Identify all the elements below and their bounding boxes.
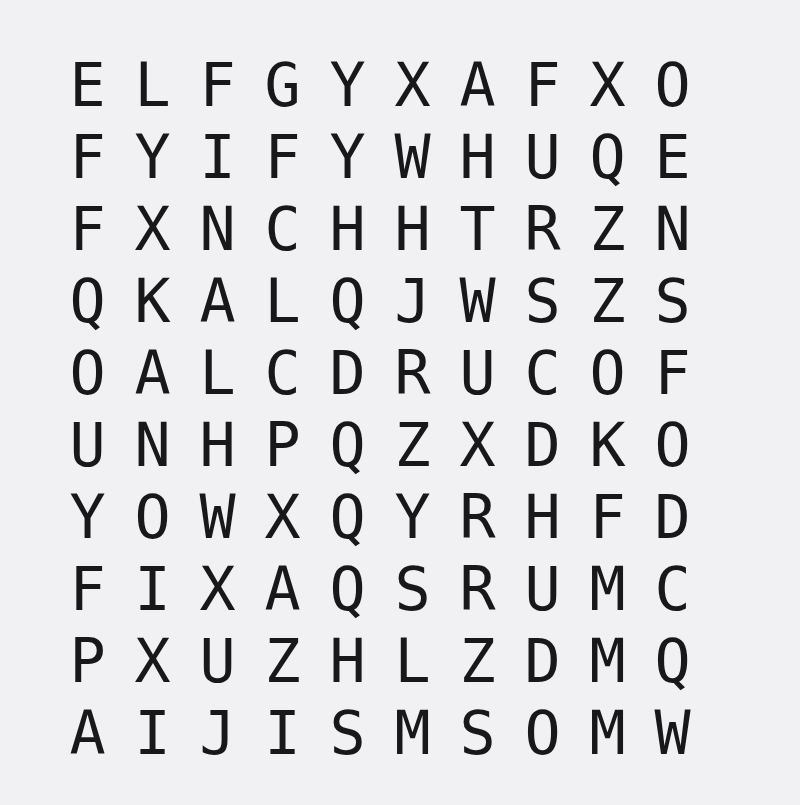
grid-cell-r2c6[interactable]: W — [380, 121, 445, 193]
grid-cell-r5c7[interactable]: U — [445, 337, 510, 409]
grid-cell-r6c3[interactable]: H — [185, 409, 250, 481]
grid-cell-r8c1[interactable]: F — [55, 553, 120, 625]
grid-cell-r6c4[interactable]: P — [250, 409, 315, 481]
grid-cell-r8c2[interactable]: I — [120, 553, 185, 625]
grid-cell-r10c10[interactable]: W — [640, 697, 705, 769]
grid-cell-r7c6[interactable]: Y — [380, 481, 445, 553]
grid-cell-r8c7[interactable]: R — [445, 553, 510, 625]
grid-cell-r2c1[interactable]: F — [55, 121, 120, 193]
grid-cell-r1c2[interactable]: L — [120, 49, 185, 121]
grid-cell-r8c9[interactable]: M — [575, 553, 640, 625]
grid-cell-r3c9[interactable]: Z — [575, 193, 640, 265]
grid-cell-r1c9[interactable]: X — [575, 49, 640, 121]
grid-cell-r6c2[interactable]: N — [120, 409, 185, 481]
grid-cell-r2c5[interactable]: Y — [315, 121, 380, 193]
grid-cell-r5c5[interactable]: D — [315, 337, 380, 409]
grid-cell-r9c5[interactable]: H — [315, 625, 380, 697]
grid-cell-r8c3[interactable]: X — [185, 553, 250, 625]
grid-cell-r4c4[interactable]: L — [250, 265, 315, 337]
grid-cell-r4c10[interactable]: S — [640, 265, 705, 337]
grid-cell-r1c10[interactable]: O — [640, 49, 705, 121]
grid-cell-r10c9[interactable]: M — [575, 697, 640, 769]
grid-cell-r3c8[interactable]: R — [510, 193, 575, 265]
grid-cell-r3c1[interactable]: F — [55, 193, 120, 265]
grid-cell-r4c7[interactable]: W — [445, 265, 510, 337]
grid-cell-r10c5[interactable]: S — [315, 697, 380, 769]
grid-cell-r5c10[interactable]: F — [640, 337, 705, 409]
grid-cell-r1c7[interactable]: A — [445, 49, 510, 121]
grid-cell-r7c10[interactable]: D — [640, 481, 705, 553]
grid-cell-r9c8[interactable]: D — [510, 625, 575, 697]
grid-cell-r10c8[interactable]: O — [510, 697, 575, 769]
grid-cell-r5c6[interactable]: R — [380, 337, 445, 409]
grid-cell-r5c2[interactable]: A — [120, 337, 185, 409]
grid-cell-r4c9[interactable]: Z — [575, 265, 640, 337]
grid-cell-r9c7[interactable]: Z — [445, 625, 510, 697]
grid-cell-r7c8[interactable]: H — [510, 481, 575, 553]
grid-cell-r7c9[interactable]: F — [575, 481, 640, 553]
word-search-grid: ELFGYXAFXOFYIFYWHUQEFXNCHHTRZNQKALQJWSZS… — [55, 49, 705, 769]
grid-cell-r4c1[interactable]: Q — [55, 265, 120, 337]
grid-cell-r2c10[interactable]: E — [640, 121, 705, 193]
grid-cell-r3c7[interactable]: T — [445, 193, 510, 265]
grid-cell-r3c3[interactable]: N — [185, 193, 250, 265]
grid-cell-r9c10[interactable]: Q — [640, 625, 705, 697]
grid-cell-r1c8[interactable]: F — [510, 49, 575, 121]
grid-cell-r6c10[interactable]: O — [640, 409, 705, 481]
grid-cell-r1c3[interactable]: F — [185, 49, 250, 121]
grid-cell-r1c6[interactable]: X — [380, 49, 445, 121]
grid-cell-r8c6[interactable]: S — [380, 553, 445, 625]
grid-cell-r4c8[interactable]: S — [510, 265, 575, 337]
grid-cell-r4c3[interactable]: A — [185, 265, 250, 337]
grid-cell-r3c6[interactable]: H — [380, 193, 445, 265]
grid-cell-r1c5[interactable]: Y — [315, 49, 380, 121]
grid-cell-r4c2[interactable]: K — [120, 265, 185, 337]
grid-cell-r8c8[interactable]: U — [510, 553, 575, 625]
grid-cell-r10c7[interactable]: S — [445, 697, 510, 769]
grid-cell-r7c7[interactable]: R — [445, 481, 510, 553]
grid-cell-r4c6[interactable]: J — [380, 265, 445, 337]
grid-cell-r6c5[interactable]: Q — [315, 409, 380, 481]
grid-cell-r9c4[interactable]: Z — [250, 625, 315, 697]
grid-cell-r3c4[interactable]: C — [250, 193, 315, 265]
grid-cell-r10c3[interactable]: J — [185, 697, 250, 769]
grid-cell-r10c6[interactable]: M — [380, 697, 445, 769]
grid-cell-r1c1[interactable]: E — [55, 49, 120, 121]
grid-cell-r2c4[interactable]: F — [250, 121, 315, 193]
grid-cell-r2c8[interactable]: U — [510, 121, 575, 193]
grid-cell-r9c6[interactable]: L — [380, 625, 445, 697]
grid-cell-r5c1[interactable]: O — [55, 337, 120, 409]
grid-cell-r1c4[interactable]: G — [250, 49, 315, 121]
grid-cell-r10c1[interactable]: A — [55, 697, 120, 769]
grid-cell-r9c3[interactable]: U — [185, 625, 250, 697]
grid-cell-r2c9[interactable]: Q — [575, 121, 640, 193]
grid-cell-r2c7[interactable]: H — [445, 121, 510, 193]
grid-cell-r6c8[interactable]: D — [510, 409, 575, 481]
grid-cell-r3c5[interactable]: H — [315, 193, 380, 265]
grid-cell-r3c2[interactable]: X — [120, 193, 185, 265]
grid-cell-r8c4[interactable]: A — [250, 553, 315, 625]
grid-cell-r2c2[interactable]: Y — [120, 121, 185, 193]
grid-cell-r7c3[interactable]: W — [185, 481, 250, 553]
grid-cell-r7c4[interactable]: X — [250, 481, 315, 553]
grid-cell-r10c4[interactable]: I — [250, 697, 315, 769]
grid-cell-r7c2[interactable]: O — [120, 481, 185, 553]
grid-cell-r8c5[interactable]: Q — [315, 553, 380, 625]
grid-cell-r8c10[interactable]: C — [640, 553, 705, 625]
grid-cell-r3c10[interactable]: N — [640, 193, 705, 265]
grid-cell-r5c9[interactable]: O — [575, 337, 640, 409]
grid-cell-r10c2[interactable]: I — [120, 697, 185, 769]
grid-cell-r7c1[interactable]: Y — [55, 481, 120, 553]
grid-cell-r2c3[interactable]: I — [185, 121, 250, 193]
grid-cell-r7c5[interactable]: Q — [315, 481, 380, 553]
grid-cell-r5c3[interactable]: L — [185, 337, 250, 409]
grid-cell-r9c2[interactable]: X — [120, 625, 185, 697]
grid-cell-r5c8[interactable]: C — [510, 337, 575, 409]
grid-cell-r6c9[interactable]: K — [575, 409, 640, 481]
grid-cell-r6c6[interactable]: Z — [380, 409, 445, 481]
grid-cell-r9c9[interactable]: M — [575, 625, 640, 697]
grid-cell-r5c4[interactable]: C — [250, 337, 315, 409]
grid-cell-r4c5[interactable]: Q — [315, 265, 380, 337]
grid-cell-r6c1[interactable]: U — [55, 409, 120, 481]
grid-cell-r9c1[interactable]: P — [55, 625, 120, 697]
grid-cell-r6c7[interactable]: X — [445, 409, 510, 481]
